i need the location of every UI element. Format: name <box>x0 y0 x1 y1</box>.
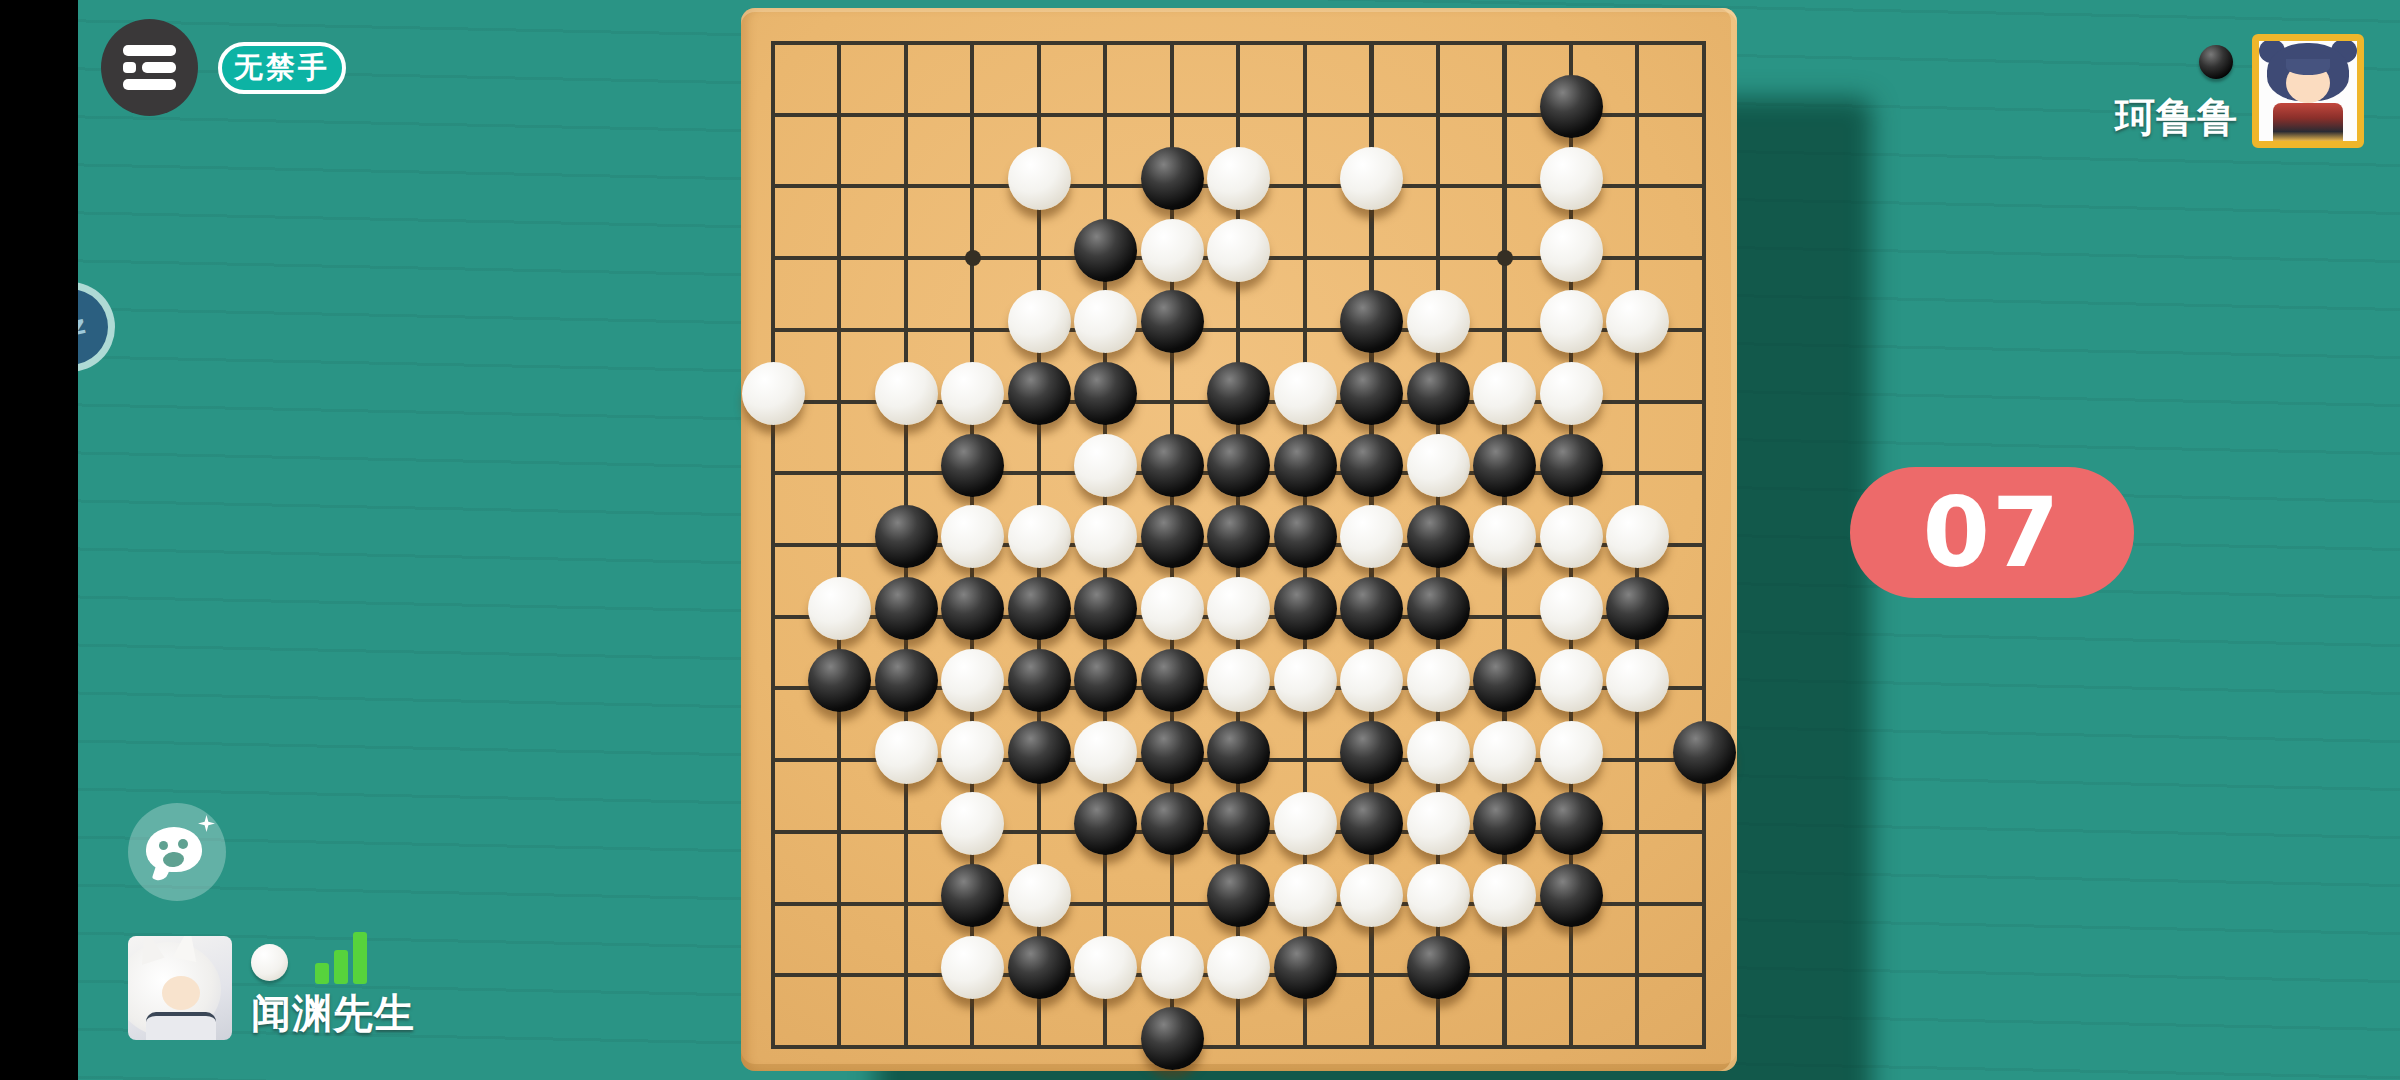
stone-white <box>1274 864 1337 927</box>
stone-white <box>1606 505 1669 568</box>
stone-black <box>1473 434 1536 497</box>
stone-white <box>1540 721 1603 784</box>
chat-button[interactable] <box>128 803 226 901</box>
stone-black <box>875 577 938 640</box>
stone-white <box>1407 290 1470 353</box>
stone-white <box>941 792 1004 855</box>
stone-white <box>1074 721 1137 784</box>
gomoku-board[interactable] <box>741 8 1737 1071</box>
stone-black <box>1008 721 1071 784</box>
stone-white <box>1407 721 1470 784</box>
stone-white <box>1074 505 1137 568</box>
stone-black <box>1141 434 1204 497</box>
stone-black <box>1274 577 1337 640</box>
stone-white <box>1141 936 1204 999</box>
rule-badge-label: 无禁手 <box>234 48 330 88</box>
stone-black <box>1606 577 1669 640</box>
stone-black <box>1207 362 1270 425</box>
stone-white <box>941 936 1004 999</box>
stone-black <box>941 434 1004 497</box>
stone-white <box>1407 649 1470 712</box>
stone-black <box>1340 577 1403 640</box>
stone-white <box>1540 290 1603 353</box>
stone-white <box>1274 362 1337 425</box>
stone-black <box>1074 362 1137 425</box>
stone-white <box>941 362 1004 425</box>
stone-white <box>1340 864 1403 927</box>
stone-white <box>1274 649 1337 712</box>
stone-white <box>1207 219 1270 282</box>
stone-black <box>1340 792 1403 855</box>
stone-black <box>1074 792 1137 855</box>
stone-white <box>941 505 1004 568</box>
stone-black <box>1207 792 1270 855</box>
stone-white <box>1540 577 1603 640</box>
stone-white <box>1473 864 1536 927</box>
stone-white <box>1207 649 1270 712</box>
stone-black <box>941 577 1004 640</box>
stone-black <box>1407 936 1470 999</box>
stone-black <box>1141 649 1204 712</box>
stone-white <box>1473 362 1536 425</box>
stone-white <box>742 362 805 425</box>
stone-white <box>1008 505 1071 568</box>
stone-white <box>1340 147 1403 210</box>
stone-black <box>1141 1007 1204 1070</box>
stone-white <box>1141 219 1204 282</box>
stone-white <box>1207 147 1270 210</box>
stone-black <box>1340 362 1403 425</box>
stone-black <box>1141 290 1204 353</box>
stone-black <box>1074 649 1137 712</box>
player-top-name: 珂鲁鲁 <box>2115 90 2238 145</box>
left-letterbox <box>0 0 78 1080</box>
stone-black <box>1274 936 1337 999</box>
rule-badge: 无禁手 <box>218 42 346 94</box>
stone-white <box>1606 649 1669 712</box>
stone-white <box>1540 649 1603 712</box>
stone-white <box>1074 936 1137 999</box>
stone-black <box>1540 75 1603 138</box>
star-point <box>965 250 981 266</box>
stone-black <box>1540 792 1603 855</box>
stone-white <box>808 577 871 640</box>
menu-button[interactable] <box>101 19 198 116</box>
player-bottom-avatar[interactable] <box>128 936 232 1040</box>
stone-black <box>808 649 871 712</box>
stone-black <box>1473 649 1536 712</box>
stone-white <box>1606 290 1669 353</box>
stone-white <box>1008 147 1071 210</box>
stone-white <box>1407 434 1470 497</box>
stone-white <box>1074 434 1137 497</box>
white-stone-icon <box>251 944 288 981</box>
move-timer-badge: 07 <box>1850 467 2134 598</box>
player-bottom-name: 闻渊先生 <box>251 986 415 1041</box>
stone-white <box>1141 577 1204 640</box>
player-top-avatar[interactable] <box>2252 34 2364 148</box>
stone-white <box>1008 864 1071 927</box>
stone-white <box>1074 290 1137 353</box>
signal-strength-icon <box>315 930 370 984</box>
stone-white <box>1540 219 1603 282</box>
stone-black <box>1274 434 1337 497</box>
stone-white <box>875 721 938 784</box>
stone-white <box>1008 290 1071 353</box>
stone-black <box>1074 219 1137 282</box>
stone-white <box>941 649 1004 712</box>
stone-black <box>1207 721 1270 784</box>
stone-black <box>1141 505 1204 568</box>
star-point <box>1497 250 1513 266</box>
stone-white <box>1340 649 1403 712</box>
sparkle-icon <box>198 815 215 832</box>
stone-black <box>875 649 938 712</box>
stone-black <box>941 864 1004 927</box>
stone-black <box>1540 434 1603 497</box>
stone-white <box>941 721 1004 784</box>
game-screen: zz 无禁手 闻渊先生 珂 <box>0 0 2400 1080</box>
stone-black <box>1407 505 1470 568</box>
stone-black <box>1141 792 1204 855</box>
stone-black <box>1340 290 1403 353</box>
stone-white <box>1274 792 1337 855</box>
stone-white <box>1207 936 1270 999</box>
black-stone-icon <box>2199 45 2233 79</box>
stone-white <box>875 362 938 425</box>
stone-black <box>1074 577 1137 640</box>
stone-black <box>1473 792 1536 855</box>
stone-black <box>1207 864 1270 927</box>
stone-black <box>1207 505 1270 568</box>
board-grid <box>771 41 1706 1049</box>
stone-black <box>1407 577 1470 640</box>
stone-black <box>1274 505 1337 568</box>
stone-black <box>1141 721 1204 784</box>
stone-white <box>1207 577 1270 640</box>
stone-black <box>875 505 938 568</box>
move-timer-value: 07 <box>1923 476 2062 589</box>
stone-black <box>1008 577 1071 640</box>
stone-black <box>1207 434 1270 497</box>
stone-black <box>1340 434 1403 497</box>
stone-white <box>1473 721 1536 784</box>
stone-black <box>1008 362 1071 425</box>
stone-black <box>1008 649 1071 712</box>
stone-black <box>1540 864 1603 927</box>
stone-black <box>1141 147 1204 210</box>
stone-white <box>1340 505 1403 568</box>
stone-black <box>1673 721 1736 784</box>
stone-white <box>1473 505 1536 568</box>
stone-white <box>1407 864 1470 927</box>
stone-black <box>1407 362 1470 425</box>
stone-white <box>1407 792 1470 855</box>
stone-white <box>1540 505 1603 568</box>
stone-black <box>1008 936 1071 999</box>
stone-black <box>1340 721 1403 784</box>
stone-white <box>1540 147 1603 210</box>
stone-white <box>1540 362 1603 425</box>
